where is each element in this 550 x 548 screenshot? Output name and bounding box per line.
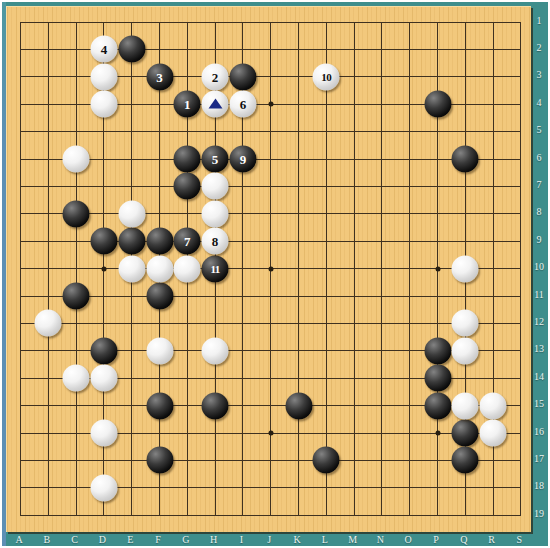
stone-H13[interactable] <box>202 337 229 364</box>
row-label-4: 4 <box>537 98 542 108</box>
stone-G7[interactable] <box>174 173 201 200</box>
stone-Q6[interactable] <box>452 146 479 173</box>
stone-B12[interactable] <box>35 310 62 337</box>
row-label-12: 12 <box>534 317 544 327</box>
stone-G6[interactable] <box>174 146 201 173</box>
move-number: 9 <box>240 153 247 166</box>
stone-P4[interactable] <box>424 91 451 118</box>
stone-H8[interactable] <box>202 200 229 227</box>
stone-G9[interactable]: 7 <box>174 228 201 255</box>
stone-H7[interactable] <box>202 173 229 200</box>
stone-P13[interactable] <box>424 337 451 364</box>
row-label-11: 11 <box>534 290 544 300</box>
stone-K15[interactable] <box>285 392 312 419</box>
stone-H9[interactable]: 8 <box>202 228 229 255</box>
stone-F11[interactable] <box>146 283 173 310</box>
column-label-S: S <box>517 535 523 545</box>
stone-P14[interactable] <box>424 365 451 392</box>
stone-G4[interactable]: 1 <box>174 91 201 118</box>
column-label-Q: Q <box>460 535 467 545</box>
star-point <box>268 102 273 107</box>
star-point <box>268 266 273 271</box>
row-label-17: 17 <box>534 454 544 464</box>
stone-D14[interactable] <box>90 365 117 392</box>
stone-F10[interactable] <box>146 255 173 282</box>
stone-I4[interactable]: 6 <box>229 91 256 118</box>
stone-F9[interactable] <box>146 228 173 255</box>
column-label-G: G <box>182 535 189 545</box>
stone-Q13[interactable] <box>452 337 479 364</box>
grid-line <box>354 22 355 516</box>
stone-E10[interactable] <box>118 255 145 282</box>
column-label-E: E <box>127 535 133 545</box>
grid-line <box>48 22 49 516</box>
row-label-3: 3 <box>537 70 542 80</box>
column-label-B: B <box>43 535 50 545</box>
stone-D2[interactable]: 4 <box>90 36 117 63</box>
stone-L17[interactable] <box>313 447 340 474</box>
stone-Q16[interactable] <box>452 420 479 447</box>
grid-line <box>298 22 299 516</box>
column-label-H: H <box>210 535 217 545</box>
star-point <box>435 431 440 436</box>
stone-D18[interactable] <box>90 474 117 501</box>
stone-C8[interactable] <box>63 200 90 227</box>
stone-E8[interactable] <box>118 200 145 227</box>
grid-line <box>520 22 521 516</box>
column-label-P: P <box>433 535 439 545</box>
stone-L3[interactable]: 10 <box>313 63 340 90</box>
row-label-13: 13 <box>534 344 544 354</box>
stone-C6[interactable] <box>63 146 90 173</box>
stone-E9[interactable] <box>118 228 145 255</box>
stone-D4[interactable] <box>90 91 117 118</box>
stone-Q17[interactable] <box>452 447 479 474</box>
move-number: 1 <box>184 98 191 111</box>
stone-P15[interactable] <box>424 392 451 419</box>
move-number: 10 <box>321 71 331 82</box>
grid-line <box>409 22 410 516</box>
column-label-N: N <box>377 535 384 545</box>
move-number: 5 <box>212 153 219 166</box>
move-number: 4 <box>101 43 108 56</box>
stone-Q12[interactable] <box>452 310 479 337</box>
stone-D3[interactable] <box>90 63 117 90</box>
stone-I3[interactable] <box>229 63 256 90</box>
stone-Q15[interactable] <box>452 392 479 419</box>
stone-F17[interactable] <box>146 447 173 474</box>
row-label-18: 18 <box>534 481 544 491</box>
stone-C14[interactable] <box>63 365 90 392</box>
star-point <box>268 431 273 436</box>
stone-H4[interactable] <box>202 91 229 118</box>
stone-H6[interactable]: 5 <box>202 146 229 173</box>
stone-D9[interactable] <box>90 228 117 255</box>
move-number: 2 <box>212 70 219 83</box>
row-label-7: 7 <box>537 180 542 190</box>
column-label-C: C <box>71 535 78 545</box>
triangle-mark <box>208 98 222 108</box>
move-number: 3 <box>156 70 163 83</box>
move-number: 11 <box>210 263 219 274</box>
stone-Q10[interactable] <box>452 255 479 282</box>
star-point <box>101 266 106 271</box>
row-label-14: 14 <box>534 372 544 382</box>
row-label-10: 10 <box>534 262 544 272</box>
row-label-19: 19 <box>534 509 544 519</box>
stone-H15[interactable] <box>202 392 229 419</box>
row-label-6: 6 <box>537 153 542 163</box>
row-label-15: 15 <box>534 399 544 409</box>
stone-D13[interactable] <box>90 337 117 364</box>
column-label-R: R <box>488 535 495 545</box>
column-label-F: F <box>155 535 161 545</box>
star-point <box>435 266 440 271</box>
grid-line <box>381 22 382 516</box>
stone-E2[interactable] <box>118 36 145 63</box>
stone-D16[interactable] <box>90 420 117 447</box>
row-label-1: 1 <box>537 16 542 26</box>
column-label-M: M <box>348 535 357 545</box>
go-board[interactable]: 3159711426108 <box>6 6 531 532</box>
column-label-K: K <box>293 535 300 545</box>
row-label-2: 2 <box>537 43 542 53</box>
row-label-8: 8 <box>537 207 542 217</box>
stone-H3[interactable]: 2 <box>202 63 229 90</box>
row-label-5: 5 <box>537 125 542 135</box>
stone-R15[interactable] <box>480 392 507 419</box>
column-label-D: D <box>99 535 106 545</box>
column-label-A: A <box>15 535 22 545</box>
move-number: 6 <box>240 98 247 111</box>
move-number: 8 <box>212 235 219 248</box>
column-label-L: L <box>322 535 328 545</box>
column-label-O: O <box>405 535 412 545</box>
stone-F13[interactable] <box>146 337 173 364</box>
stone-F3[interactable]: 3 <box>146 63 173 90</box>
grid-line <box>76 22 77 516</box>
stone-C11[interactable] <box>63 283 90 310</box>
stone-R16[interactable] <box>480 420 507 447</box>
column-label-J: J <box>267 535 271 545</box>
row-label-9: 9 <box>537 235 542 245</box>
go-diagram: 3159711426108 ABCDEFGHIJKLMNOPQRS1234567… <box>0 0 550 548</box>
stone-F15[interactable] <box>146 392 173 419</box>
stone-G10[interactable] <box>174 255 201 282</box>
grid-line <box>20 22 21 516</box>
row-label-16: 16 <box>534 427 544 437</box>
column-label-I: I <box>240 535 243 545</box>
move-number: 7 <box>184 235 191 248</box>
stone-H10[interactable]: 11 <box>202 255 229 282</box>
grid-line <box>326 22 327 516</box>
stone-I6[interactable]: 9 <box>229 146 256 173</box>
